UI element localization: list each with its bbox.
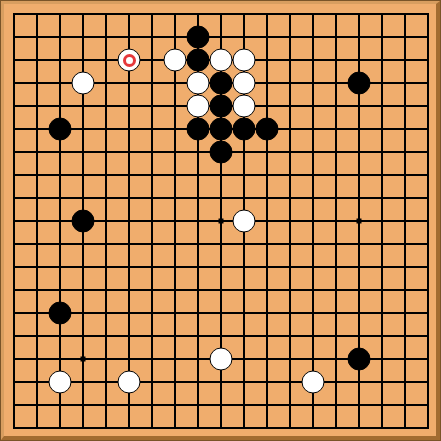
black-stone: [72, 210, 95, 233]
white-stone: [118, 371, 141, 394]
black-stone: [210, 95, 233, 118]
star-point: [357, 219, 362, 224]
black-stone: [187, 118, 210, 141]
star-point: [219, 219, 224, 224]
white-stone: [164, 49, 187, 72]
white-stone: [233, 49, 256, 72]
go-board: [0, 0, 441, 441]
black-stone: [49, 302, 72, 325]
last-move-marker: [123, 54, 136, 67]
white-stone: [210, 49, 233, 72]
marked-white-stone: [118, 49, 141, 72]
black-stone: [210, 72, 233, 95]
black-stone: [348, 348, 371, 371]
white-stone: [302, 371, 325, 394]
white-stone: [233, 72, 256, 95]
black-stone: [210, 141, 233, 164]
white-stone: [49, 371, 72, 394]
white-stone: [72, 72, 95, 95]
black-stone: [210, 118, 233, 141]
black-stone: [187, 26, 210, 49]
black-stone: [187, 49, 210, 72]
black-stone: [256, 118, 279, 141]
black-stone: [233, 118, 256, 141]
white-stone: [187, 72, 210, 95]
white-stone: [210, 348, 233, 371]
black-stone: [49, 118, 72, 141]
white-stone: [233, 95, 256, 118]
white-stone: [233, 210, 256, 233]
white-stone: [187, 95, 210, 118]
star-point: [81, 357, 86, 362]
black-stone: [348, 72, 371, 95]
